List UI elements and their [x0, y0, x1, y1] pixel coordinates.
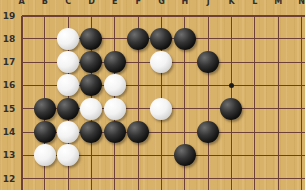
row-label-15: 15	[1, 103, 17, 115]
column-label-E: E	[109, 0, 121, 6]
grid-line-col-J	[208, 16, 209, 191]
stone-white-e16	[104, 74, 126, 96]
row-label-13: 13	[1, 149, 17, 161]
stone-black-j17	[197, 51, 219, 73]
row-label-14: 14	[1, 126, 17, 138]
grid-line-col-A	[21, 16, 23, 191]
column-label-B: B	[39, 0, 51, 6]
stone-black-b14	[34, 121, 56, 143]
column-label-N: N	[295, 0, 305, 6]
column-label-L: L	[249, 0, 261, 6]
stone-black-d18	[80, 28, 102, 50]
column-label-H: H	[179, 0, 191, 6]
stone-black-b15	[34, 98, 56, 120]
grid-line-col-N	[301, 16, 302, 191]
column-label-K: K	[225, 0, 237, 6]
stone-black-g18	[150, 28, 172, 50]
stone-black-c15	[57, 98, 79, 120]
stone-black-k15	[220, 98, 242, 120]
grid-line-row-19	[22, 15, 306, 17]
column-label-G: G	[155, 0, 167, 6]
stone-white-c18	[57, 28, 79, 50]
stone-black-f18	[127, 28, 149, 50]
stone-black-d16	[80, 74, 102, 96]
column-label-M: M	[272, 0, 284, 6]
stone-white-c17	[57, 51, 79, 73]
row-label-18: 18	[1, 33, 17, 45]
stone-black-e14	[104, 121, 126, 143]
stone-black-h13	[174, 144, 196, 166]
grid-line-col-L	[254, 16, 255, 191]
stone-white-g17	[150, 51, 172, 73]
stone-white-g15	[150, 98, 172, 120]
grid-line-col-M	[278, 16, 279, 191]
go-board[interactable]: ABCDEFGHJKLMN1918171615141312	[0, 0, 305, 190]
column-label-J: J	[202, 0, 214, 6]
stone-white-c14	[57, 121, 79, 143]
stone-black-e17	[104, 51, 126, 73]
stone-white-c13	[57, 144, 79, 166]
stone-black-h18	[174, 28, 196, 50]
stone-black-d17	[80, 51, 102, 73]
stone-white-e15	[104, 98, 126, 120]
column-label-D: D	[85, 0, 97, 6]
row-label-12: 12	[1, 173, 17, 185]
row-label-16: 16	[1, 79, 17, 91]
grid-line-row-12	[22, 178, 306, 179]
row-label-17: 17	[1, 56, 17, 68]
stone-black-d14	[80, 121, 102, 143]
stone-black-j14	[197, 121, 219, 143]
stone-white-c16	[57, 74, 79, 96]
column-label-F: F	[132, 0, 144, 6]
column-label-A: A	[16, 0, 28, 6]
row-label-19: 19	[1, 10, 17, 22]
column-label-C: C	[62, 0, 74, 6]
stone-white-b13	[34, 144, 56, 166]
star-point-k16	[229, 83, 234, 88]
stone-black-f14	[127, 121, 149, 143]
stone-white-d15	[80, 98, 102, 120]
